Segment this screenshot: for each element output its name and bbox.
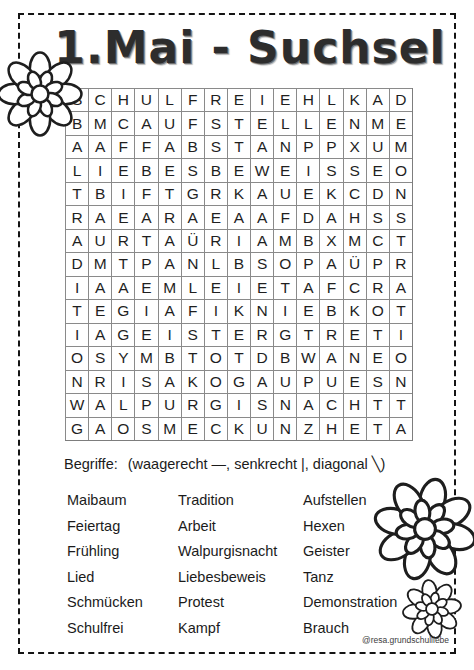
grid-cell[interactable]: R	[204, 182, 227, 205]
grid-cell[interactable]: P	[319, 135, 342, 158]
grid-cell[interactable]: H	[343, 393, 366, 416]
grid-cell[interactable]: B	[319, 299, 342, 322]
grid-cell[interactable]: C	[343, 182, 366, 205]
word-list-item: Schulfrei	[67, 620, 143, 646]
grid-cell[interactable]: A	[134, 205, 157, 228]
word-list-item: Maibaum	[67, 492, 143, 518]
grid-cell[interactable]: I	[227, 276, 250, 299]
grid-cell[interactable]: A	[88, 135, 111, 158]
grid-cell[interactable]: E	[111, 158, 134, 181]
grid-cell[interactable]: O	[204, 370, 227, 393]
grid-cell[interactable]: S	[204, 111, 227, 134]
grid-cell[interactable]: F	[181, 111, 204, 134]
page-title: 1.Mai - Suchsel	[50, 22, 450, 73]
grid-cell[interactable]: N	[343, 346, 366, 369]
grid-cell[interactable]: B	[88, 182, 111, 205]
grid-cell[interactable]: I	[111, 182, 134, 205]
grid-cell[interactable]: G	[111, 323, 134, 346]
grid-cell[interactable]: F	[134, 135, 157, 158]
grid-cell[interactable]: T	[111, 252, 134, 275]
grid-cell[interactable]: S	[204, 135, 227, 158]
grid-cell[interactable]: K	[343, 88, 366, 111]
grid-cell[interactable]: M	[88, 252, 111, 275]
grid-cell[interactable]: E	[366, 346, 389, 369]
grid-cell[interactable]: A	[250, 182, 273, 205]
grid-cell[interactable]: S	[343, 158, 366, 181]
grid-cell[interactable]: I	[88, 158, 111, 181]
grid-cell[interactable]: E	[296, 299, 319, 322]
grid-cell[interactable]: N	[343, 111, 366, 134]
grid-cell[interactable]: A	[227, 205, 250, 228]
grid-cell[interactable]: D	[65, 252, 88, 275]
grid-cell[interactable]: Y	[111, 346, 134, 369]
grid-cell[interactable]: A	[319, 252, 342, 275]
grid-cell[interactable]: L	[319, 88, 342, 111]
grid-cell[interactable]: P	[296, 252, 319, 275]
grid-cell[interactable]: K	[227, 417, 250, 440]
grid-cell[interactable]: T	[389, 229, 412, 252]
grid-cell[interactable]: N	[389, 370, 412, 393]
grid-cell[interactable]: A	[389, 417, 412, 440]
grid-cell[interactable]: K	[319, 182, 342, 205]
grid-cell[interactable]: O	[389, 346, 412, 369]
grid-cell[interactable]: E	[158, 158, 181, 181]
grid-cell[interactable]: E	[343, 417, 366, 440]
grid-cell[interactable]: W	[65, 393, 88, 416]
grid-cell[interactable]: T	[204, 323, 227, 346]
grid-cell[interactable]: U	[134, 88, 157, 111]
legend-line: Begriffe:(waagerecht —, senkrecht |, dia…	[64, 456, 385, 472]
grid-cell[interactable]: E	[204, 205, 227, 228]
grid-cell[interactable]: E	[366, 158, 389, 181]
grid-cell[interactable]: N	[273, 417, 296, 440]
grid-cell[interactable]: A	[65, 229, 88, 252]
grid-cell[interactable]: B	[181, 135, 204, 158]
grid-cell[interactable]: A	[181, 205, 204, 228]
grid-cell[interactable]: T	[227, 111, 250, 134]
grid-cell[interactable]: X	[343, 135, 366, 158]
word-list-column-1: MaibaumFeiertagFrühlingLiedSchmückenSchu…	[67, 492, 143, 646]
grid-cell[interactable]: A	[296, 276, 319, 299]
grid-cell[interactable]: I	[65, 276, 88, 299]
grid-cell[interactable]: H	[111, 88, 134, 111]
grid-cell[interactable]: E	[296, 182, 319, 205]
grid-cell[interactable]: N	[389, 182, 412, 205]
grid-cell[interactable]: G	[227, 370, 250, 393]
grid-cell[interactable]: E	[227, 323, 250, 346]
grid-cell[interactable]: R	[181, 393, 204, 416]
grid-cell[interactable]: A	[88, 205, 111, 228]
grid-cell[interactable]: O	[204, 346, 227, 369]
grid-cell[interactable]: B	[273, 346, 296, 369]
grid-cell[interactable]: R	[319, 323, 342, 346]
grid-cell[interactable]: U	[88, 229, 111, 252]
word-list-item: Protest	[178, 594, 277, 620]
grid-cell[interactable]: G	[65, 417, 88, 440]
grid-cell[interactable]: E	[134, 323, 157, 346]
grid-cell[interactable]: E	[343, 370, 366, 393]
flower-doodle-icon	[0, 50, 84, 138]
grid-cell[interactable]: R	[88, 370, 111, 393]
grid-cell[interactable]: A	[88, 393, 111, 416]
grid-cell[interactable]: G	[204, 393, 227, 416]
grid-cell[interactable]: T	[158, 182, 181, 205]
grid-cell[interactable]: T	[181, 346, 204, 369]
grid-cell[interactable]: B	[227, 252, 250, 275]
grid-cell[interactable]: L	[65, 158, 88, 181]
grid-cell[interactable]: E	[250, 276, 273, 299]
grid-cell[interactable]: A	[88, 276, 111, 299]
grid-cell[interactable]: C	[204, 417, 227, 440]
grid-cell[interactable]: I	[65, 323, 88, 346]
grid-cell[interactable]: F	[181, 88, 204, 111]
grid-cell[interactable]: S	[366, 370, 389, 393]
grid-cell[interactable]: I	[158, 323, 181, 346]
grid-cell[interactable]: H	[343, 205, 366, 228]
grid-cell[interactable]: A	[158, 135, 181, 158]
grid-cell[interactable]: E	[227, 88, 250, 111]
grid-cell[interactable]: U	[250, 417, 273, 440]
grid-cell[interactable]: T	[366, 323, 389, 346]
grid-cell[interactable]: M	[343, 229, 366, 252]
grid-cell[interactable]: O	[389, 158, 412, 181]
grid-cell[interactable]: E	[134, 276, 157, 299]
grid-cell[interactable]: E	[273, 88, 296, 111]
grid-cell[interactable]: A	[250, 229, 273, 252]
grid-cell[interactable]: C	[319, 393, 342, 416]
grid-cell[interactable]: A	[319, 205, 342, 228]
grid-cell[interactable]: M	[273, 229, 296, 252]
grid-cell[interactable]: R	[111, 229, 134, 252]
word-list-item: Kampf	[178, 620, 277, 646]
grid-cell[interactable]: L	[204, 252, 227, 275]
grid-cell[interactable]: L	[273, 111, 296, 134]
word-list-item: Demonstration	[303, 594, 397, 620]
grid-cell[interactable]: F	[181, 299, 204, 322]
grid-cell[interactable]: C	[88, 88, 111, 111]
grid-cell[interactable]: N	[273, 393, 296, 416]
legend-label: Begriffe:	[64, 456, 118, 472]
grid-cell[interactable]: P	[296, 135, 319, 158]
grid-cell[interactable]: S	[134, 370, 157, 393]
grid-cell[interactable]: O	[366, 299, 389, 322]
grid-cell[interactable]: F	[111, 135, 134, 158]
grid-cell[interactable]: F	[134, 182, 157, 205]
grid-cell[interactable]: K	[227, 182, 250, 205]
grid-cell[interactable]: U	[273, 182, 296, 205]
word-list-item: Lied	[67, 569, 143, 595]
grid-cell[interactable]: K	[181, 370, 204, 393]
legend-directions: (waagerecht —, senkrecht |, diagonal ╲)	[128, 456, 386, 472]
grid-cell[interactable]: E	[319, 111, 342, 134]
grid-cell[interactable]: U	[319, 370, 342, 393]
grid-cell[interactable]: P	[134, 393, 157, 416]
grid-cell[interactable]: R	[204, 88, 227, 111]
grid-cell[interactable]: A	[366, 88, 389, 111]
grid-cell[interactable]: I	[296, 158, 319, 181]
grid-cell[interactable]: M	[389, 135, 412, 158]
grid-cell[interactable]: S	[389, 205, 412, 228]
grid-cell[interactable]: D	[389, 88, 412, 111]
grid-cell[interactable]: N	[65, 370, 88, 393]
grid-cell[interactable]: L	[296, 111, 319, 134]
grid-cell[interactable]: M	[366, 111, 389, 134]
grid-cell[interactable]: I	[250, 88, 273, 111]
grid-cell[interactable]: U	[273, 370, 296, 393]
grid-cell[interactable]: A	[158, 229, 181, 252]
grid-cell[interactable]: G	[181, 182, 204, 205]
grid-cell[interactable]: E	[227, 158, 250, 181]
grid-cell[interactable]: O	[273, 252, 296, 275]
grid-cell[interactable]: T	[389, 393, 412, 416]
grid-cell[interactable]: P	[296, 370, 319, 393]
grid-cell[interactable]: E	[181, 417, 204, 440]
grid-cell[interactable]: Z	[296, 417, 319, 440]
grid-cell[interactable]: G	[111, 299, 134, 322]
grid-cell[interactable]: I	[273, 299, 296, 322]
grid-cell[interactable]: E	[273, 158, 296, 181]
grid-cell[interactable]: B	[158, 346, 181, 369]
grid-cell[interactable]: L	[111, 393, 134, 416]
grid-cell[interactable]: I	[134, 299, 157, 322]
grid-cell[interactable]: I	[111, 370, 134, 393]
grid-cell[interactable]: S	[366, 205, 389, 228]
grid-cell[interactable]: U	[158, 393, 181, 416]
grid-cell[interactable]: W	[250, 158, 273, 181]
grid-cell[interactable]: W	[296, 346, 319, 369]
puzzle-grid: SCHULFREIEHLKADBMCAUFSTELLENMEAAFFABSTAN…	[65, 88, 413, 441]
grid-cell[interactable]: T	[65, 299, 88, 322]
grid-cell[interactable]: Ü	[181, 229, 204, 252]
grid-cell[interactable]: T	[134, 229, 157, 252]
grid-cell[interactable]: A	[250, 370, 273, 393]
word-list-item: Feiertag	[67, 518, 143, 544]
grid-cell[interactable]: A	[250, 205, 273, 228]
grid-cell[interactable]: T	[296, 323, 319, 346]
grid-cell[interactable]: T	[227, 346, 250, 369]
grid-cell[interactable]: A	[319, 346, 342, 369]
grid-cell[interactable]: U	[366, 135, 389, 158]
grid-cell[interactable]: E	[250, 111, 273, 134]
grid-cell[interactable]: S	[88, 346, 111, 369]
worksheet-page: 1.Mai - Suchsel SCHULFREIEHLKADBMCAUFSTE…	[0, 0, 474, 670]
grid-cell[interactable]: S	[181, 158, 204, 181]
grid-cell[interactable]: S	[134, 417, 157, 440]
grid-cell[interactable]: I	[227, 229, 250, 252]
grid-cell[interactable]: E	[389, 111, 412, 134]
grid-cell[interactable]: N	[273, 135, 296, 158]
grid-cell[interactable]: T	[273, 276, 296, 299]
grid-cell[interactable]: B	[204, 158, 227, 181]
grid-cell[interactable]: A	[158, 299, 181, 322]
grid-cell[interactable]: R	[204, 229, 227, 252]
grid-cell[interactable]: N	[181, 252, 204, 275]
grid-cell[interactable]: Ü	[343, 252, 366, 275]
grid-cell[interactable]: K	[227, 299, 250, 322]
grid-cell[interactable]: S	[319, 158, 342, 181]
grid-cell[interactable]: D	[296, 205, 319, 228]
grid-cell[interactable]: D	[250, 346, 273, 369]
grid-cell[interactable]: S	[181, 323, 204, 346]
grid-cell[interactable]: X	[319, 229, 342, 252]
grid-cell[interactable]: M	[158, 417, 181, 440]
grid-cell[interactable]: N	[250, 299, 273, 322]
grid-cell[interactable]: M	[158, 276, 181, 299]
grid-cell[interactable]: L	[181, 276, 204, 299]
grid-cell[interactable]: B	[296, 229, 319, 252]
grid-cell[interactable]: E	[88, 299, 111, 322]
grid-cell[interactable]: T	[366, 393, 389, 416]
grid-cell[interactable]: T	[227, 135, 250, 158]
grid-cell[interactable]: S	[250, 252, 273, 275]
word-list-item: Tradition	[178, 492, 277, 518]
grid-cell[interactable]: B	[134, 158, 157, 181]
grid-cell[interactable]: A	[158, 370, 181, 393]
grid-cell[interactable]: D	[366, 182, 389, 205]
word-list-item: Arbeit	[178, 518, 277, 544]
grid-cell[interactable]: R	[158, 205, 181, 228]
grid-cell[interactable]: F	[273, 205, 296, 228]
grid-cell[interactable]: I	[389, 323, 412, 346]
grid-cell[interactable]: C	[111, 111, 134, 134]
grid-cell[interactable]: C	[366, 229, 389, 252]
grid-cell[interactable]: A	[389, 276, 412, 299]
grid-cell[interactable]: O	[111, 417, 134, 440]
grid-cell[interactable]: A	[158, 252, 181, 275]
grid-cell[interactable]: I	[204, 299, 227, 322]
grid-cell[interactable]: R	[366, 276, 389, 299]
grid-cell[interactable]: P	[134, 252, 157, 275]
grid-cell[interactable]: E	[111, 205, 134, 228]
grid-cell[interactable]: M	[134, 346, 157, 369]
credit-text: @resa.grundschulliebe	[362, 635, 449, 645]
grid-cell[interactable]: A	[134, 111, 157, 134]
grid-cell[interactable]: U	[158, 111, 181, 134]
grid-cell[interactable]: H	[296, 88, 319, 111]
grid-cell[interactable]: F	[319, 276, 342, 299]
grid-cell[interactable]: E	[343, 323, 366, 346]
grid-cell[interactable]: O	[65, 346, 88, 369]
grid-cell[interactable]: R	[250, 323, 273, 346]
grid-cell[interactable]: A	[88, 417, 111, 440]
grid-cell[interactable]: A	[250, 135, 273, 158]
flower-doodle-icon	[397, 574, 467, 644]
grid-cell[interactable]: A	[111, 276, 134, 299]
grid-cell[interactable]: T	[389, 299, 412, 322]
grid-cell[interactable]: L	[158, 88, 181, 111]
grid-cell[interactable]: M	[88, 111, 111, 134]
grid-cell[interactable]: S	[250, 393, 273, 416]
grid-cell[interactable]: G	[273, 323, 296, 346]
grid-cell[interactable]: C	[343, 276, 366, 299]
word-list-item: Walpurgisnacht	[178, 543, 277, 569]
grid-cell[interactable]: E	[204, 276, 227, 299]
word-list-item: Liebesbeweis	[178, 569, 277, 595]
grid-cell[interactable]: T	[366, 417, 389, 440]
grid-cell[interactable]: A	[296, 393, 319, 416]
grid-cell[interactable]: H	[319, 417, 342, 440]
grid-cell[interactable]: R	[65, 205, 88, 228]
word-list-item: Frühling	[67, 543, 143, 569]
grid-cell[interactable]: T	[65, 182, 88, 205]
grid-cell[interactable]: A	[65, 135, 88, 158]
grid-cell[interactable]: I	[227, 393, 250, 416]
grid-cell[interactable]: A	[88, 323, 111, 346]
word-list-column-2: TraditionArbeitWalpurgisnachtLiebesbewei…	[178, 492, 277, 646]
grid-cell[interactable]: P	[366, 252, 389, 275]
grid-cell[interactable]: R	[389, 252, 412, 275]
word-list-item: Schmücken	[67, 594, 143, 620]
grid-cell[interactable]: K	[343, 299, 366, 322]
